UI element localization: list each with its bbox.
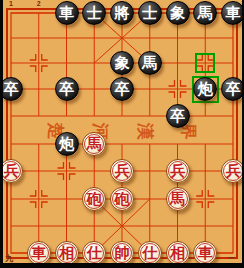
- piece-bB-象[interactable]: 象: [110, 51, 134, 75]
- piece-glyph: 士: [142, 6, 157, 21]
- piece-glyph: 車: [31, 246, 46, 261]
- piece-glyph: 帥: [115, 246, 130, 261]
- piece-rB-相[interactable]: 相: [55, 241, 79, 265]
- piece-bN-馬[interactable]: 馬: [193, 1, 217, 25]
- piece-rP-兵[interactable]: 兵: [110, 159, 134, 183]
- piece-glyph: 仕: [142, 246, 157, 261]
- piece-bN-馬[interactable]: 馬: [138, 51, 162, 75]
- window-edge-bottom: [0, 263, 244, 268]
- piece-glyph: 炮: [59, 137, 74, 152]
- piece-glyph: 卒: [115, 82, 130, 97]
- piece-rA-仕[interactable]: 仕: [82, 241, 106, 265]
- piece-glyph: 馬: [198, 6, 213, 21]
- piece-glyph: 砲: [115, 192, 130, 207]
- piece-bA-士[interactable]: 士: [138, 1, 162, 25]
- window-edge-right: [242, 0, 244, 268]
- piece-glyph: 相: [59, 246, 74, 261]
- piece-glyph: 卒: [59, 82, 74, 97]
- piece-glyph: 砲: [87, 192, 102, 207]
- piece-glyph: 仕: [87, 246, 102, 261]
- piece-rR-車[interactable]: 車: [27, 241, 51, 265]
- piece-glyph: 將: [115, 6, 130, 21]
- piece-glyph: 士: [87, 6, 102, 21]
- piece-bC-炮[interactable]: 炮: [55, 132, 79, 156]
- pieces-layer: 車士將士象馬車象馬卒卒卒炮卒卒炮馬兵兵兵兵砲砲馬車相仕帥仕相車: [0, 0, 244, 268]
- piece-glyph: 卒: [226, 82, 241, 97]
- piece-glyph: 兵: [4, 164, 19, 179]
- piece-glyph: 車: [198, 246, 213, 261]
- piece-rB-相[interactable]: 相: [166, 241, 190, 265]
- piece-glyph: 馬: [142, 56, 157, 71]
- piece-bP-卒[interactable]: 卒: [221, 77, 244, 101]
- piece-rR-車[interactable]: 車: [193, 241, 217, 265]
- piece-glyph: 兵: [226, 164, 241, 179]
- piece-glyph: 車: [59, 6, 74, 21]
- piece-bB-象[interactable]: 象: [166, 1, 190, 25]
- piece-rC-砲[interactable]: 砲: [110, 187, 134, 211]
- piece-glyph: 象: [115, 56, 130, 71]
- piece-glyph: 兵: [170, 164, 185, 179]
- piece-bR-車[interactable]: 車: [55, 1, 79, 25]
- piece-bK-將[interactable]: 將: [110, 1, 134, 25]
- piece-glyph: 相: [170, 246, 185, 261]
- piece-bP-卒[interactable]: 卒: [166, 104, 190, 128]
- piece-glyph: 卒: [4, 82, 19, 97]
- piece-rN-馬[interactable]: 馬: [166, 187, 190, 211]
- piece-rP-兵[interactable]: 兵: [221, 159, 244, 183]
- piece-bR-車[interactable]: 車: [221, 1, 244, 25]
- piece-bA-士[interactable]: 士: [82, 1, 106, 25]
- piece-glyph: 象: [170, 6, 185, 21]
- piece-rC-砲[interactable]: 砲: [82, 187, 106, 211]
- piece-glyph: 車: [226, 6, 241, 21]
- piece-glyph: 炮: [198, 82, 213, 97]
- window-edge-left: [0, 0, 3, 268]
- piece-rA-仕[interactable]: 仕: [138, 241, 162, 265]
- piece-rK-帥[interactable]: 帥: [110, 241, 134, 265]
- xiangqi-app-window: 楚河漢界 123456789九八七六五四三二一 車士將士象馬車象馬卒卒卒炮卒卒炮…: [0, 0, 244, 268]
- piece-bP-卒[interactable]: 卒: [0, 77, 23, 101]
- piece-rN-馬[interactable]: 馬: [82, 132, 106, 156]
- piece-bP-卒[interactable]: 卒: [110, 77, 134, 101]
- piece-glyph: 馬: [170, 192, 185, 207]
- piece-glyph: 馬: [87, 137, 102, 152]
- piece-rP-兵[interactable]: 兵: [166, 159, 190, 183]
- piece-glyph: 卒: [170, 109, 185, 124]
- piece-rP-兵[interactable]: 兵: [0, 159, 23, 183]
- piece-bP-卒[interactable]: 卒: [55, 77, 79, 101]
- piece-glyph: 兵: [115, 164, 130, 179]
- piece-bC-炮[interactable]: 炮: [193, 77, 217, 101]
